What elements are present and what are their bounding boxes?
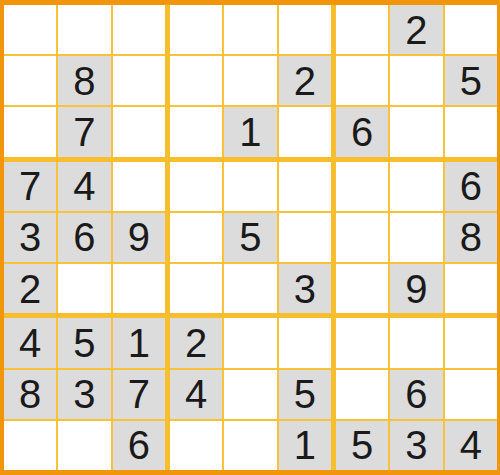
cell-r5c9[interactable]: 8 — [445, 213, 497, 262]
cell-r7c3[interactable]: 1 — [113, 318, 165, 367]
cell-r4c5[interactable] — [224, 162, 276, 211]
cell-r8c5[interactable] — [224, 370, 276, 419]
cell-r7c8[interactable] — [390, 318, 442, 367]
cell-r4c2[interactable]: 4 — [58, 162, 110, 211]
cell-r3c1[interactable] — [4, 107, 56, 156]
cell-r1c1[interactable] — [4, 5, 56, 54]
cell-r9c2[interactable] — [58, 421, 110, 470]
cell-r1c3[interactable] — [113, 5, 165, 54]
cell-r3c2[interactable]: 7 — [58, 107, 110, 156]
cell-r3c8[interactable] — [390, 107, 442, 156]
cell-r9c3[interactable]: 6 — [113, 421, 165, 470]
cell-r4c9[interactable]: 6 — [445, 162, 497, 211]
cell-r4c4[interactable] — [170, 162, 222, 211]
cell-r7c6[interactable] — [279, 318, 331, 367]
box-1: 87 — [4, 5, 165, 157]
cell-r6c8[interactable]: 9 — [390, 264, 442, 313]
cell-r5c2[interactable]: 6 — [58, 213, 110, 262]
cell-r2c3[interactable] — [113, 56, 165, 105]
cell-r8c8[interactable]: 6 — [390, 370, 442, 419]
cell-r5c1[interactable]: 3 — [4, 213, 56, 262]
cell-r3c6[interactable] — [279, 107, 331, 156]
cell-r5c3[interactable]: 9 — [113, 213, 165, 262]
cell-r4c3[interactable] — [113, 162, 165, 211]
box-5: 53 — [170, 162, 331, 314]
cell-r4c1[interactable]: 7 — [4, 162, 56, 211]
cell-r8c3[interactable]: 7 — [113, 370, 165, 419]
cell-r2c8[interactable] — [390, 56, 442, 105]
cell-r6c1[interactable]: 2 — [4, 264, 56, 313]
cell-r3c5[interactable]: 1 — [224, 107, 276, 156]
box-2: 21 — [170, 5, 331, 157]
cell-r5c6[interactable] — [279, 213, 331, 262]
cell-r4c7[interactable] — [336, 162, 388, 211]
cell-r4c8[interactable] — [390, 162, 442, 211]
box-6: 689 — [336, 162, 497, 314]
cell-r6c5[interactable] — [224, 264, 276, 313]
cell-r7c7[interactable] — [336, 318, 388, 367]
cell-r2c6[interactable]: 2 — [279, 56, 331, 105]
cell-r8c1[interactable]: 8 — [4, 370, 56, 419]
cell-r2c7[interactable] — [336, 56, 388, 105]
cell-r9c5[interactable] — [224, 421, 276, 470]
cell-r6c7[interactable] — [336, 264, 388, 313]
cell-r6c3[interactable] — [113, 264, 165, 313]
cell-r9c1[interactable] — [4, 421, 56, 470]
cell-r9c8[interactable]: 3 — [390, 421, 442, 470]
cell-r1c7[interactable] — [336, 5, 388, 54]
cell-r1c8[interactable]: 2 — [390, 5, 442, 54]
cell-r3c9[interactable] — [445, 107, 497, 156]
cell-r1c5[interactable] — [224, 5, 276, 54]
cell-r7c5[interactable] — [224, 318, 276, 367]
cell-r4c6[interactable] — [279, 162, 331, 211]
cell-r8c6[interactable]: 5 — [279, 370, 331, 419]
box-8: 2451 — [170, 318, 331, 470]
box-7: 4518376 — [4, 318, 165, 470]
cell-r2c2[interactable]: 8 — [58, 56, 110, 105]
cell-r2c1[interactable] — [4, 56, 56, 105]
cell-r9c4[interactable] — [170, 421, 222, 470]
cell-r9c7[interactable]: 5 — [336, 421, 388, 470]
cell-r3c4[interactable] — [170, 107, 222, 156]
cell-r1c4[interactable] — [170, 5, 222, 54]
cell-r7c1[interactable]: 4 — [4, 318, 56, 367]
box-4: 743692 — [4, 162, 165, 314]
cell-r7c4[interactable]: 2 — [170, 318, 222, 367]
cell-r5c7[interactable] — [336, 213, 388, 262]
cell-r8c9[interactable] — [445, 370, 497, 419]
sudoku-board: 872125674369253689451837624516534 — [0, 0, 500, 475]
cell-r6c6[interactable]: 3 — [279, 264, 331, 313]
cell-r5c8[interactable] — [390, 213, 442, 262]
box-3: 256 — [336, 5, 497, 157]
cell-r9c6[interactable]: 1 — [279, 421, 331, 470]
cell-r5c5[interactable]: 5 — [224, 213, 276, 262]
cell-r3c7[interactable]: 6 — [336, 107, 388, 156]
cell-r7c9[interactable] — [445, 318, 497, 367]
cell-r5c4[interactable] — [170, 213, 222, 262]
cell-r8c4[interactable]: 4 — [170, 370, 222, 419]
cell-r1c6[interactable] — [279, 5, 331, 54]
cell-r1c9[interactable] — [445, 5, 497, 54]
cell-r7c2[interactable]: 5 — [58, 318, 110, 367]
cell-r3c3[interactable] — [113, 107, 165, 156]
cell-r6c4[interactable] — [170, 264, 222, 313]
cell-r1c2[interactable] — [58, 5, 110, 54]
cell-r6c2[interactable] — [58, 264, 110, 313]
cell-r8c7[interactable] — [336, 370, 388, 419]
cell-r6c9[interactable] — [445, 264, 497, 313]
cell-r8c2[interactable]: 3 — [58, 370, 110, 419]
cell-r9c9[interactable]: 4 — [445, 421, 497, 470]
cell-r2c5[interactable] — [224, 56, 276, 105]
box-9: 6534 — [336, 318, 497, 470]
cell-r2c9[interactable]: 5 — [445, 56, 497, 105]
cell-r2c4[interactable] — [170, 56, 222, 105]
